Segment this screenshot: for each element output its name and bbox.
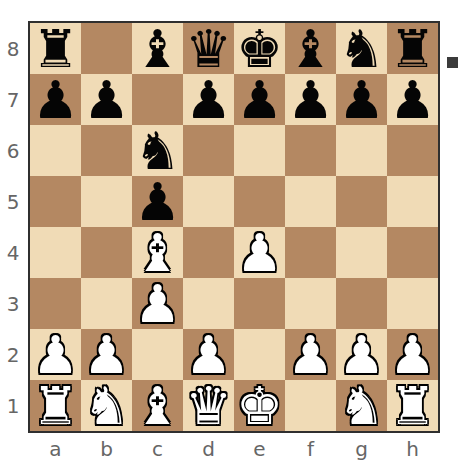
square-b2[interactable]: ♟ xyxy=(81,329,132,380)
square-h1[interactable]: ♜ xyxy=(387,380,438,431)
file-label-c: c xyxy=(132,437,183,461)
piece-black-pawn[interactable]: ♟ xyxy=(336,74,387,125)
piece-white-bishop[interactable]: ♝ xyxy=(132,380,183,431)
square-e8[interactable]: ♚ xyxy=(234,23,285,74)
square-d4[interactable] xyxy=(183,227,234,278)
piece-black-pawn[interactable]: ♟ xyxy=(81,74,132,125)
square-a2[interactable]: ♟ xyxy=(30,329,81,380)
square-e5[interactable] xyxy=(234,176,285,227)
piece-black-bishop[interactable]: ♝ xyxy=(132,23,183,74)
square-b4[interactable] xyxy=(81,227,132,278)
square-f5[interactable] xyxy=(285,176,336,227)
square-g5[interactable] xyxy=(336,176,387,227)
square-a1[interactable]: ♜ xyxy=(30,380,81,431)
piece-white-pawn[interactable]: ♟ xyxy=(234,227,285,278)
file-label-b: b xyxy=(81,437,132,461)
piece-black-pawn[interactable]: ♟ xyxy=(30,74,81,125)
file-label-h: h xyxy=(387,437,438,461)
square-b6[interactable] xyxy=(81,125,132,176)
file-labels: abcdefgh xyxy=(30,437,438,461)
square-g7[interactable]: ♟ xyxy=(336,74,387,125)
piece-white-rook[interactable]: ♜ xyxy=(30,380,81,431)
square-c6[interactable]: ♞ xyxy=(132,125,183,176)
piece-white-pawn[interactable]: ♟ xyxy=(387,329,438,380)
square-g1[interactable]: ♞ xyxy=(336,380,387,431)
piece-white-pawn[interactable]: ♟ xyxy=(285,329,336,380)
piece-black-pawn[interactable]: ♟ xyxy=(132,176,183,227)
square-d7[interactable]: ♟ xyxy=(183,74,234,125)
piece-white-pawn[interactable]: ♟ xyxy=(30,329,81,380)
rank-label-7: 7 xyxy=(0,74,26,125)
file-label-a: a xyxy=(30,437,81,461)
square-c5[interactable]: ♟ xyxy=(132,176,183,227)
piece-black-knight[interactable]: ♞ xyxy=(336,23,387,74)
square-f7[interactable]: ♟ xyxy=(285,74,336,125)
square-c3[interactable]: ♟ xyxy=(132,278,183,329)
square-h7[interactable]: ♟ xyxy=(387,74,438,125)
rank-label-6: 6 xyxy=(0,125,26,176)
square-a8[interactable]: ♜ xyxy=(30,23,81,74)
square-g2[interactable]: ♟ xyxy=(336,329,387,380)
piece-black-pawn[interactable]: ♟ xyxy=(285,74,336,125)
piece-white-pawn[interactable]: ♟ xyxy=(336,329,387,380)
square-h5[interactable] xyxy=(387,176,438,227)
square-f2[interactable]: ♟ xyxy=(285,329,336,380)
square-b3[interactable] xyxy=(81,278,132,329)
rank-label-1: 1 xyxy=(0,380,26,431)
square-h4[interactable] xyxy=(387,227,438,278)
square-f3[interactable] xyxy=(285,278,336,329)
piece-white-pawn[interactable]: ♟ xyxy=(81,329,132,380)
square-e2[interactable] xyxy=(234,329,285,380)
square-e1[interactable]: ♚ xyxy=(234,380,285,431)
piece-black-bishop[interactable]: ♝ xyxy=(285,23,336,74)
piece-black-king[interactable]: ♚ xyxy=(234,23,285,74)
piece-white-king[interactable]: ♚ xyxy=(234,380,285,431)
rank-labels: 87654321 xyxy=(0,23,26,431)
square-a4[interactable] xyxy=(30,227,81,278)
piece-white-pawn[interactable]: ♟ xyxy=(132,278,183,329)
square-e3[interactable] xyxy=(234,278,285,329)
piece-white-pawn[interactable]: ♟ xyxy=(183,329,234,380)
square-d1[interactable]: ♛ xyxy=(183,380,234,431)
square-d2[interactable]: ♟ xyxy=(183,329,234,380)
square-b5[interactable] xyxy=(81,176,132,227)
square-f6[interactable] xyxy=(285,125,336,176)
square-b8[interactable] xyxy=(81,23,132,74)
file-label-d: d xyxy=(183,437,234,461)
square-c1[interactable]: ♝ xyxy=(132,380,183,431)
square-d3[interactable] xyxy=(183,278,234,329)
board: ♜♝♛♚♝♞♜♟♟♟♟♟♟♟♞♟♝♟♟♟♟♟♟♟♟♜♞♝♛♚♞♜ xyxy=(30,23,438,431)
square-f8[interactable]: ♝ xyxy=(285,23,336,74)
square-a6[interactable] xyxy=(30,125,81,176)
piece-white-bishop[interactable]: ♝ xyxy=(132,227,183,278)
square-g4[interactable] xyxy=(336,227,387,278)
square-f1[interactable] xyxy=(285,380,336,431)
square-e6[interactable] xyxy=(234,125,285,176)
square-g6[interactable] xyxy=(336,125,387,176)
side-to-move-indicator xyxy=(447,57,458,68)
square-f4[interactable] xyxy=(285,227,336,278)
square-c8[interactable]: ♝ xyxy=(132,23,183,74)
square-h2[interactable]: ♟ xyxy=(387,329,438,380)
piece-white-rook[interactable]: ♜ xyxy=(387,380,438,431)
square-a7[interactable]: ♟ xyxy=(30,74,81,125)
rank-label-2: 2 xyxy=(0,329,26,380)
square-h6[interactable] xyxy=(387,125,438,176)
rank-label-5: 5 xyxy=(0,176,26,227)
square-a3[interactable] xyxy=(30,278,81,329)
rank-label-8: 8 xyxy=(0,23,26,74)
piece-black-pawn[interactable]: ♟ xyxy=(234,74,285,125)
square-h3[interactable] xyxy=(387,278,438,329)
square-h8[interactable]: ♜ xyxy=(387,23,438,74)
square-b1[interactable]: ♞ xyxy=(81,380,132,431)
file-label-e: e xyxy=(234,437,285,461)
piece-black-pawn[interactable]: ♟ xyxy=(387,74,438,125)
square-g8[interactable]: ♞ xyxy=(336,23,387,74)
square-a5[interactable] xyxy=(30,176,81,227)
square-d6[interactable] xyxy=(183,125,234,176)
square-e7[interactable]: ♟ xyxy=(234,74,285,125)
file-label-g: g xyxy=(336,437,387,461)
file-label-f: f xyxy=(285,437,336,461)
square-b7[interactable]: ♟ xyxy=(81,74,132,125)
board-frame: ♜♝♛♚♝♞♜♟♟♟♟♟♟♟♞♟♝♟♟♟♟♟♟♟♟♜♞♝♛♚♞♜ xyxy=(28,21,440,433)
piece-black-pawn[interactable]: ♟ xyxy=(183,74,234,125)
square-d8[interactable]: ♛ xyxy=(183,23,234,74)
piece-black-rook[interactable]: ♜ xyxy=(387,23,438,74)
square-c2[interactable] xyxy=(132,329,183,380)
piece-black-rook[interactable]: ♜ xyxy=(30,23,81,74)
square-d5[interactable] xyxy=(183,176,234,227)
rank-label-3: 3 xyxy=(0,278,26,329)
square-e4[interactable]: ♟ xyxy=(234,227,285,278)
square-c4[interactable]: ♝ xyxy=(132,227,183,278)
piece-black-knight[interactable]: ♞ xyxy=(132,125,183,176)
piece-white-knight[interactable]: ♞ xyxy=(336,380,387,431)
piece-black-queen[interactable]: ♛ xyxy=(183,23,234,74)
piece-white-queen[interactable]: ♛ xyxy=(183,380,234,431)
piece-white-knight[interactable]: ♞ xyxy=(81,380,132,431)
square-g3[interactable] xyxy=(336,278,387,329)
rank-label-4: 4 xyxy=(0,227,26,278)
square-c7[interactable] xyxy=(132,74,183,125)
